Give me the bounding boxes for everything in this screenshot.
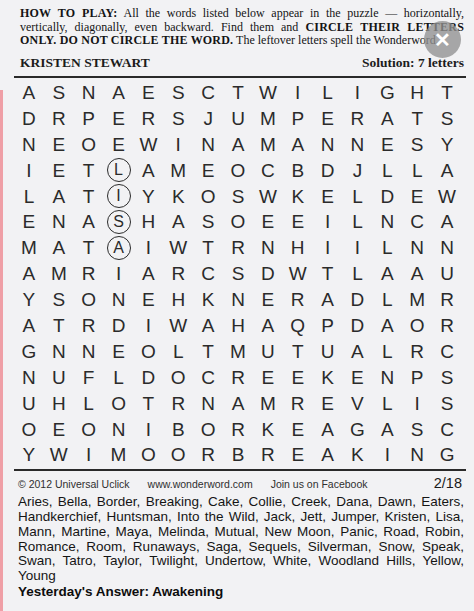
grid-cell-r5c7[interactable]: O xyxy=(193,183,223,209)
grid-cell-r10c15[interactable]: R xyxy=(432,313,462,339)
grid-cell-r6c5[interactable]: H xyxy=(133,209,163,235)
grid-cell-r15c7[interactable]: R xyxy=(193,442,223,468)
grid-letter: T xyxy=(292,342,304,361)
grid-cell-r13c5[interactable]: T xyxy=(133,390,163,416)
grid-cell-r14c3[interactable]: O xyxy=(74,416,104,442)
grid-cell-r12c5[interactable]: D xyxy=(133,364,163,390)
grid-cell-r2c15[interactable]: S xyxy=(432,105,462,131)
grid-letter: L xyxy=(382,238,393,257)
grid-cell-r5c1[interactable]: L xyxy=(14,183,44,209)
grid-cell-r14c5[interactable]: I xyxy=(133,416,163,442)
grid-letter: E xyxy=(321,109,334,128)
grid-cell-r2c7[interactable]: J xyxy=(193,105,223,131)
grid-cell-r6c13[interactable]: N xyxy=(372,209,402,235)
grid-cell-r14c2[interactable]: E xyxy=(44,416,74,442)
grid-letter: M xyxy=(51,264,67,283)
grid-letter: K xyxy=(351,445,364,464)
grid-cell-r3c2[interactable]: E xyxy=(44,131,74,157)
grid-cell-r10c13[interactable]: A xyxy=(372,313,402,339)
grid-letter: C xyxy=(440,420,454,439)
grid-cell-r9c3[interactable]: O xyxy=(74,287,104,313)
grid-letter: D xyxy=(261,264,275,283)
grid-cell-r10c14[interactable]: O xyxy=(402,313,432,339)
grid-cell-r15c5[interactable]: O xyxy=(133,442,163,468)
grid-cell-r4c13[interactable]: L xyxy=(372,157,402,183)
grid-cell-r7c14[interactable]: N xyxy=(402,235,432,261)
grid-cell-r2c12[interactable]: R xyxy=(343,105,373,131)
grid-cell-r12c12[interactable]: E xyxy=(343,364,373,390)
grid-cell-r15c14[interactable]: N xyxy=(402,442,432,468)
grid-cell-r4c1[interactable]: I xyxy=(14,157,44,183)
grid-cell-r14c4[interactable]: N xyxy=(104,416,134,442)
grid-cell-r13c8[interactable]: A xyxy=(223,390,253,416)
grid-cell-r2c5[interactable]: R xyxy=(133,105,163,131)
grid-cell-r2c4[interactable]: E xyxy=(104,105,134,131)
grid-letter: I xyxy=(325,238,330,257)
grid-letter: N xyxy=(321,135,335,154)
grid-letter: W xyxy=(169,238,187,257)
grid-cell-r11c9[interactable]: U xyxy=(253,338,283,364)
grid-cell-r13c3[interactable]: L xyxy=(74,390,104,416)
grid-cell-r10c3[interactable]: R xyxy=(74,313,104,339)
grid-letter: A xyxy=(202,316,215,335)
grid-cell-r6c3[interactable]: A xyxy=(74,209,104,235)
grid-cell-r13c10[interactable]: R xyxy=(283,390,313,416)
grid-cell-r10c6[interactable]: W xyxy=(163,313,193,339)
grid-cell-r1c7[interactable]: C xyxy=(193,80,223,106)
grid-cell-r7c10[interactable]: H xyxy=(283,235,313,261)
grid-cell-r12c1[interactable]: N xyxy=(14,364,44,390)
grid-cell-r1c4[interactable]: A xyxy=(104,80,134,106)
website-link[interactable]: www.wonderword.com xyxy=(148,478,253,490)
grid-letter: O xyxy=(171,445,186,464)
grid-cell-r15c4[interactable]: M xyxy=(104,442,134,468)
grid-cell-r6c8[interactable]: O xyxy=(223,209,253,235)
grid-cell-r1c9[interactable]: W xyxy=(253,80,283,106)
grid-letter: W xyxy=(259,83,277,102)
grid-cell-r9c1[interactable]: Y xyxy=(14,287,44,313)
grid-cell-r1c3[interactable]: N xyxy=(74,80,104,106)
grid-letter: U xyxy=(22,394,36,413)
grid-cell-r8c7[interactable]: C xyxy=(193,261,223,287)
grid-cell-r13c15[interactable]: S xyxy=(432,390,462,416)
grid-cell-r14c10[interactable]: E xyxy=(283,416,313,442)
grid-letter: I xyxy=(415,394,420,413)
grid-cell-r11c2[interactable]: N xyxy=(44,338,74,364)
grid-cell-r5c12[interactable]: L xyxy=(343,183,373,209)
grid-cell-r1c2[interactable]: S xyxy=(44,80,74,106)
grid-cell-r13c11[interactable]: E xyxy=(313,390,343,416)
grid-letter: N xyxy=(261,238,275,257)
grid-cell-r2c3[interactable]: P xyxy=(74,105,104,131)
grid-cell-r5c11[interactable]: E xyxy=(313,183,343,209)
grid-cell-r3c4[interactable]: E xyxy=(104,131,134,157)
grid-cell-r6c12[interactable]: L xyxy=(343,209,373,235)
grid-cell-r11c5[interactable]: O xyxy=(133,338,163,364)
grid-cell-r3c8[interactable]: A xyxy=(223,131,253,157)
grid-letter: S xyxy=(411,135,424,154)
grid-letter: I xyxy=(325,212,330,231)
left-edge-strip xyxy=(0,90,3,611)
grid-cell-r13c12[interactable]: V xyxy=(343,390,373,416)
grid-cell-r6c4[interactable]: S xyxy=(104,209,134,235)
grid-cell-r4c14[interactable]: L xyxy=(402,157,432,183)
grid-cell-r12c6[interactable]: O xyxy=(163,364,193,390)
grid-cell-r6c10[interactable]: E xyxy=(283,209,313,235)
grid-cell-r7c15[interactable]: N xyxy=(432,235,462,261)
close-icon[interactable]: ✕ xyxy=(424,21,461,58)
grid-cell-r3c11[interactable]: N xyxy=(313,131,343,157)
grid-cell-r10c11[interactable]: P xyxy=(313,313,343,339)
grid-cell-r2c10[interactable]: P xyxy=(283,105,313,131)
grid-cell-r6c7[interactable]: S xyxy=(193,209,223,235)
grid-letter: N xyxy=(82,83,96,102)
grid-cell-r11c12[interactable]: A xyxy=(343,338,373,364)
grid-cell-r4c12[interactable]: J xyxy=(343,157,373,183)
grid-cell-r7c3[interactable]: T xyxy=(74,235,104,261)
grid-cell-r5c13[interactable]: D xyxy=(372,183,402,209)
grid-cell-r11c13[interactable]: L xyxy=(372,338,402,364)
grid-cell-r10c5[interactable]: I xyxy=(133,313,163,339)
grid-letter: F xyxy=(83,368,95,387)
grid-cell-r8c2[interactable]: M xyxy=(44,261,74,287)
grid-cell-r11c6[interactable]: L xyxy=(163,338,193,364)
grid-letter: L xyxy=(352,212,363,231)
grid-cell-r12c13[interactable]: N xyxy=(372,364,402,390)
grid-cell-r7c11[interactable]: I xyxy=(313,235,343,261)
grid-cell-r13c2[interactable]: H xyxy=(44,390,74,416)
grid-cell-r12c2[interactable]: U xyxy=(44,364,74,390)
grid-cell-r12c4[interactable]: L xyxy=(104,364,134,390)
grid-cell-r5c2[interactable]: A xyxy=(44,183,74,209)
grid-cell-r1c13[interactable]: G xyxy=(372,80,402,106)
grid-letter: O xyxy=(410,316,425,335)
grid-cell-r14c11[interactable]: A xyxy=(313,416,343,442)
grid-cell-r12c8[interactable]: R xyxy=(223,364,253,390)
grid-cell-r4c9[interactable]: C xyxy=(253,157,283,183)
grid-cell-r7c5[interactable]: I xyxy=(133,235,163,261)
grid-cell-r14c15[interactable]: C xyxy=(432,416,462,442)
grid-cell-r5c6[interactable]: K xyxy=(163,183,193,209)
grid-cell-r9c4[interactable]: N xyxy=(104,287,134,313)
grid-cell-r11c7[interactable]: T xyxy=(193,338,223,364)
grid-cell-r1c11[interactable]: L xyxy=(313,80,343,106)
grid-cell-r5c5[interactable]: Y xyxy=(133,183,163,209)
grid-cell-r15c1[interactable]: Y xyxy=(14,442,44,468)
grid-cell-r3c1[interactable]: N xyxy=(14,131,44,157)
grid-cell-r15c2[interactable]: W xyxy=(44,442,74,468)
grid-letter: S xyxy=(441,394,454,413)
grid-cell-r9c2[interactable]: S xyxy=(44,287,74,313)
grid-cell-r3c7[interactable]: N xyxy=(193,131,223,157)
grid-letter: G xyxy=(350,420,365,439)
grid-letter: E xyxy=(291,368,304,387)
grid-cell-r12c3[interactable]: F xyxy=(74,364,104,390)
grid-letter: C xyxy=(440,342,454,361)
grid-letter: N xyxy=(410,238,424,257)
grid-cell-r7c6[interactable]: W xyxy=(163,235,193,261)
grid-cell-r8c12[interactable]: L xyxy=(343,261,373,287)
grid-letter: W xyxy=(259,187,277,206)
page-number: 2/18 xyxy=(434,475,462,491)
grid-cell-r8c5[interactable]: A xyxy=(133,261,163,287)
grid-cell-r11c3[interactable]: N xyxy=(74,338,104,364)
grid-cell-r13c6[interactable]: R xyxy=(163,390,193,416)
grid-cell-r3c6[interactable]: I xyxy=(163,131,193,157)
grid-cell-r9c9[interactable]: E xyxy=(253,287,283,313)
grid-cell-r3c12[interactable]: N xyxy=(343,131,373,157)
grid-cell-r8c14[interactable]: A xyxy=(402,261,432,287)
grid-cell-r1c8[interactable]: T xyxy=(223,80,253,106)
grid-cell-r7c1[interactable]: M xyxy=(14,235,44,261)
grid-cell-r9c15[interactable]: R xyxy=(432,287,462,313)
grid-cell-r9c13[interactable]: L xyxy=(372,287,402,313)
grid-letter: B xyxy=(291,161,304,180)
grid-letter: V xyxy=(351,394,364,413)
grid-cell-r15c8[interactable]: B xyxy=(223,442,253,468)
grid-letter: M xyxy=(260,135,276,154)
grid-cell-r10c7[interactable]: A xyxy=(193,313,223,339)
grid-cell-r14c13[interactable]: A xyxy=(372,416,402,442)
grid-cell-r7c12[interactable]: I xyxy=(343,235,373,261)
grid-cell-r8c11[interactable]: T xyxy=(313,261,343,287)
grid-cell-r4c10[interactable]: B xyxy=(283,157,313,183)
grid-cell-r15c9[interactable]: R xyxy=(253,442,283,468)
grid-letter: C xyxy=(261,161,275,180)
grid-cell-r4c2[interactable]: E xyxy=(44,157,74,183)
grid-cell-r12c15[interactable]: S xyxy=(432,364,462,390)
grid-letter: P xyxy=(411,368,424,387)
grid-cell-r2c11[interactable]: E xyxy=(313,105,343,131)
grid-cell-r15c10[interactable]: E xyxy=(283,442,313,468)
grid-cell-r2c2[interactable]: R xyxy=(44,105,74,131)
grid-cell-r4c15[interactable]: A xyxy=(432,157,462,183)
grid-cell-r5c14[interactable]: E xyxy=(402,183,432,209)
grid-cell-r9c8[interactable]: N xyxy=(223,287,253,313)
grid-cell-r3c13[interactable]: E xyxy=(372,131,402,157)
grid-cell-r14c9[interactable]: K xyxy=(253,416,283,442)
grid-cell-r8c9[interactable]: D xyxy=(253,261,283,287)
grid-cell-r10c2[interactable]: T xyxy=(44,313,74,339)
grid-cell-r11c4[interactable]: E xyxy=(104,338,134,364)
grid-letter: R xyxy=(440,290,454,309)
grid-cell-r11c10[interactable]: T xyxy=(283,338,313,364)
grid-cell-r13c9[interactable]: M xyxy=(253,390,283,416)
grid-cell-r2c13[interactable]: A xyxy=(372,105,402,131)
grid-cell-r9c11[interactable]: A xyxy=(313,287,343,313)
grid-letter: A xyxy=(112,83,125,102)
grid-cell-r6c1[interactable]: E xyxy=(14,209,44,235)
grid-letter: A xyxy=(23,316,36,335)
grid-cell-r2c6[interactable]: S xyxy=(163,105,193,131)
grid-cell-r4c11[interactable]: D xyxy=(313,157,343,183)
grid-letter: G xyxy=(380,83,395,102)
grid-cell-r14c6[interactable]: B xyxy=(163,416,193,442)
grid-cell-r1c5[interactable]: E xyxy=(133,80,163,106)
grid-cell-r1c14[interactable]: H xyxy=(402,80,432,106)
grid-cell-r14c7[interactable]: O xyxy=(193,416,223,442)
grid-cell-r13c13[interactable]: L xyxy=(372,390,402,416)
grid-cell-r9c12[interactable]: D xyxy=(343,287,373,313)
grid-cell-r7c7[interactable]: T xyxy=(193,235,223,261)
circled-letter: S xyxy=(107,210,131,234)
grid-letter: O xyxy=(141,342,156,361)
grid-cell-r4c6[interactable]: M xyxy=(163,157,193,183)
facebook-link[interactable]: Join us on Facebook xyxy=(271,478,368,490)
grid-cell-r4c3[interactable]: T xyxy=(74,157,104,183)
grid-cell-r12c7[interactable]: C xyxy=(193,364,223,390)
grid-cell-r8c1[interactable]: A xyxy=(14,261,44,287)
grid-letter: E xyxy=(291,445,304,464)
grid-cell-r5c10[interactable]: K xyxy=(283,183,313,209)
grid-cell-r2c8[interactable]: U xyxy=(223,105,253,131)
grid-cell-r15c11[interactable]: A xyxy=(313,442,343,468)
grid-letter: Q xyxy=(290,316,305,335)
grid-cell-r8c13[interactable]: A xyxy=(372,261,402,287)
grid-cell-r2c14[interactable]: T xyxy=(402,105,432,131)
grid-letter: O xyxy=(201,420,216,439)
grid-letter: B xyxy=(232,445,245,464)
grid-cell-r4c4[interactable]: L xyxy=(104,157,134,183)
grid-letter: E xyxy=(142,83,155,102)
grid-cell-r14c1[interactable]: O xyxy=(14,416,44,442)
grid-letter: S xyxy=(52,290,65,309)
grid-cell-r7c9[interactable]: N xyxy=(253,235,283,261)
grid-cell-r9c7[interactable]: K xyxy=(193,287,223,313)
grid-cell-r11c15[interactable]: C xyxy=(432,338,462,364)
grid-cell-r14c8[interactable]: R xyxy=(223,416,253,442)
grid-cell-r6c11[interactable]: I xyxy=(313,209,343,235)
header-divider xyxy=(14,76,466,78)
grid-cell-r4c7[interactable]: E xyxy=(193,157,223,183)
grid-cell-r14c12[interactable]: G xyxy=(343,416,373,442)
grid-cell-r8c15[interactable]: U xyxy=(432,261,462,287)
grid-cell-r11c1[interactable]: G xyxy=(14,338,44,364)
grid-letter: R xyxy=(52,109,66,128)
grid-cell-r3c9[interactable]: M xyxy=(253,131,283,157)
grid-cell-r7c2[interactable]: A xyxy=(44,235,74,261)
grid-cell-r10c12[interactable]: D xyxy=(343,313,373,339)
grid-cell-r1c6[interactable]: S xyxy=(163,80,193,106)
grid-cell-r9c10[interactable]: R xyxy=(283,287,313,313)
grid-cell-r15c3[interactable]: I xyxy=(74,442,104,468)
grid-cell-r3c5[interactable]: W xyxy=(133,131,163,157)
grid-cell-r3c10[interactable]: A xyxy=(283,131,313,157)
grid-cell-r13c4[interactable]: O xyxy=(104,390,134,416)
grid-cell-r9c6[interactable]: H xyxy=(163,287,193,313)
grid-cell-r15c6[interactable]: O xyxy=(163,442,193,468)
grid-cell-r1c10[interactable]: I xyxy=(283,80,313,106)
grid-cell-r2c1[interactable]: D xyxy=(14,105,44,131)
grid-letter: N xyxy=(82,342,96,361)
grid-cell-r1c1[interactable]: A xyxy=(14,80,44,106)
grid-cell-r8c3[interactable]: R xyxy=(74,261,104,287)
grid-letter: L xyxy=(382,394,393,413)
grid-cell-r4c8[interactable]: O xyxy=(223,157,253,183)
grid-letter: Y xyxy=(23,290,36,309)
grid-letter: T xyxy=(441,83,453,102)
grid-letter: W xyxy=(438,187,456,206)
grid-cell-r6c2[interactable]: N xyxy=(44,209,74,235)
grid-cell-r8c6[interactable]: R xyxy=(163,261,193,287)
grid-letter: L xyxy=(352,264,363,283)
grid-cell-r9c5[interactable]: E xyxy=(133,287,163,313)
grid-cell-r8c4[interactable]: I xyxy=(104,261,134,287)
grid-cell-r1c15[interactable]: T xyxy=(432,80,462,106)
grid-cell-r6c15[interactable]: A xyxy=(432,209,462,235)
grid-cell-r14c14[interactable]: S xyxy=(402,416,432,442)
grid-cell-r8c8[interactable]: S xyxy=(223,261,253,287)
grid-cell-r8c10[interactable]: W xyxy=(283,261,313,287)
grid-letter: P xyxy=(321,316,334,335)
grid-cell-r7c4[interactable]: A xyxy=(104,235,134,261)
grid-letter: O xyxy=(231,212,246,231)
grid-cell-r9c14[interactable]: M xyxy=(402,287,432,313)
grid-letter: W xyxy=(50,445,68,464)
grid-cell-r5c4[interactable]: I xyxy=(104,183,134,209)
grid-cell-r10c1[interactable]: A xyxy=(14,313,44,339)
grid-cell-r11c14[interactable]: R xyxy=(402,338,432,364)
grid-cell-r13c7[interactable]: N xyxy=(193,390,223,416)
grid-letter: O xyxy=(171,368,186,387)
grid-cell-r15c13[interactable]: I xyxy=(372,442,402,468)
grid-cell-r15c12[interactable]: K xyxy=(343,442,373,468)
grid-cell-r5c8[interactable]: S xyxy=(223,183,253,209)
grid-cell-r5c9[interactable]: W xyxy=(253,183,283,209)
grid-letter: M xyxy=(260,394,276,413)
grid-letter: H xyxy=(52,394,66,413)
grid-letter: B xyxy=(172,420,185,439)
grid-letter: D xyxy=(22,109,36,128)
grid-cell-r11c8[interactable]: M xyxy=(223,338,253,364)
grid-cell-r10c8[interactable]: H xyxy=(223,313,253,339)
grid-letter: E xyxy=(112,109,125,128)
grid-cell-r13c1[interactable]: U xyxy=(14,390,44,416)
grid-cell-r5c15[interactable]: W xyxy=(432,183,462,209)
grid-letter: R xyxy=(440,316,454,335)
grid-cell-r12c14[interactable]: P xyxy=(402,364,432,390)
grid-cell-r7c13[interactable]: L xyxy=(372,235,402,261)
grid-letter: R xyxy=(171,394,185,413)
grid-cell-r12c9[interactable]: E xyxy=(253,364,283,390)
grid-letter: I xyxy=(146,316,151,335)
grid-letter: A xyxy=(321,290,334,309)
grid-cell-r6c14[interactable]: C xyxy=(402,209,432,235)
grid-cell-r4c5[interactable]: A xyxy=(133,157,163,183)
grid-cell-r6c6[interactable]: A xyxy=(163,209,193,235)
grid-letter: T xyxy=(202,342,214,361)
grid-cell-r2c9[interactable]: M xyxy=(253,105,283,131)
grid-cell-r7c8[interactable]: R xyxy=(223,235,253,261)
grid-cell-r5c3[interactable]: T xyxy=(74,183,104,209)
grid-cell-r10c9[interactable]: A xyxy=(253,313,283,339)
grid-cell-r11c11[interactable]: U xyxy=(313,338,343,364)
grid-letter: W xyxy=(139,135,157,154)
grid-cell-r12c11[interactable]: K xyxy=(313,364,343,390)
grid-cell-r10c4[interactable]: D xyxy=(104,313,134,339)
grid-cell-r3c15[interactable]: Y xyxy=(432,131,462,157)
grid-cell-r13c14[interactable]: I xyxy=(402,390,432,416)
grid-cell-r12c10[interactable]: E xyxy=(283,364,313,390)
grid-cell-r6c9[interactable]: E xyxy=(253,209,283,235)
grid-cell-r10c10[interactable]: Q xyxy=(283,313,313,339)
grid-letter: I xyxy=(86,445,91,464)
grid-cell-r3c14[interactable]: S xyxy=(402,131,432,157)
grid-cell-r3c3[interactable]: O xyxy=(74,131,104,157)
grid-cell-r15c15[interactable]: G xyxy=(432,442,462,468)
grid-letter: U xyxy=(261,342,275,361)
grid-cell-r1c12[interactable]: I xyxy=(343,80,373,106)
